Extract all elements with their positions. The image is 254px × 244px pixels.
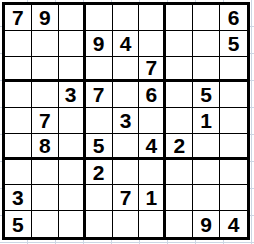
- cell-r9c4[interactable]: [86, 211, 113, 237]
- cell-r4c1[interactable]: [5, 82, 32, 108]
- cell-r4c8: 5: [193, 82, 220, 108]
- cell-r3c4[interactable]: [86, 57, 113, 83]
- cell-r7c6[interactable]: [139, 160, 166, 186]
- cell-r9c6[interactable]: [139, 211, 166, 237]
- cell-r8c1: 3: [5, 185, 32, 211]
- cell-r1c6[interactable]: [139, 5, 166, 31]
- cell-r4c5[interactable]: [113, 82, 140, 108]
- cell-r2c2[interactable]: [32, 31, 59, 57]
- cell-r9c2[interactable]: [32, 211, 59, 237]
- cell-r8c9[interactable]: [220, 185, 247, 211]
- cell-r6c9[interactable]: [220, 134, 247, 160]
- cell-r2c7[interactable]: [166, 31, 193, 57]
- cell-r3c5[interactable]: [113, 57, 140, 83]
- cell-r9c5[interactable]: [113, 211, 140, 237]
- cell-r5c6[interactable]: [139, 108, 166, 134]
- cell-r9c7[interactable]: [166, 211, 193, 237]
- cell-r9c9: 4: [220, 211, 247, 237]
- sudoku-board: 7969457376573185422371594: [2, 2, 250, 240]
- cell-r7c4: 2: [86, 160, 113, 186]
- cell-r7c2[interactable]: [32, 160, 59, 186]
- cell-r7c5[interactable]: [113, 160, 140, 186]
- cell-r1c4[interactable]: [86, 5, 113, 31]
- cell-r6c1[interactable]: [5, 134, 32, 160]
- spreadsheet-background: 7969457376573185422371594: [0, 0, 254, 244]
- cell-r6c5[interactable]: [113, 134, 140, 160]
- cell-r1c2: 9: [32, 5, 59, 31]
- cell-r5c7[interactable]: [166, 108, 193, 134]
- cell-r4c2[interactable]: [32, 82, 59, 108]
- cell-r2c1[interactable]: [5, 31, 32, 57]
- cell-r2c6[interactable]: [139, 31, 166, 57]
- cell-r1c8[interactable]: [193, 5, 220, 31]
- cell-r8c8[interactable]: [193, 185, 220, 211]
- cell-r7c8[interactable]: [193, 160, 220, 186]
- cell-r9c1: 5: [5, 211, 32, 237]
- cell-r7c3[interactable]: [59, 160, 86, 186]
- cell-r2c4: 9: [86, 31, 113, 57]
- cell-r6c2: 8: [32, 134, 59, 160]
- cell-r7c1[interactable]: [5, 160, 32, 186]
- cell-r8c2[interactable]: [32, 185, 59, 211]
- cell-r5c5: 3: [113, 108, 140, 134]
- cell-r5c3[interactable]: [59, 108, 86, 134]
- cell-r3c6: 7: [139, 57, 166, 83]
- cell-r4c4: 7: [86, 82, 113, 108]
- cell-r4c9[interactable]: [220, 82, 247, 108]
- cell-r7c7[interactable]: [166, 160, 193, 186]
- cell-r7c9[interactable]: [220, 160, 247, 186]
- cell-r8c4[interactable]: [86, 185, 113, 211]
- cell-r6c6: 4: [139, 134, 166, 160]
- cell-r9c8: 9: [193, 211, 220, 237]
- cell-r2c3[interactable]: [59, 31, 86, 57]
- cell-r3c1[interactable]: [5, 57, 32, 83]
- cell-r1c1: 7: [5, 5, 32, 31]
- cell-r4c6: 6: [139, 82, 166, 108]
- cell-r8c3[interactable]: [59, 185, 86, 211]
- cell-r6c3[interactable]: [59, 134, 86, 160]
- cell-r3c9[interactable]: [220, 57, 247, 83]
- cell-r3c8[interactable]: [193, 57, 220, 83]
- cell-r4c7[interactable]: [166, 82, 193, 108]
- cell-r8c6: 1: [139, 185, 166, 211]
- cell-r8c7[interactable]: [166, 185, 193, 211]
- cell-r6c4: 5: [86, 134, 113, 160]
- cell-r3c7[interactable]: [166, 57, 193, 83]
- cell-r1c3[interactable]: [59, 5, 86, 31]
- cell-r1c7[interactable]: [166, 5, 193, 31]
- cell-r6c8[interactable]: [193, 134, 220, 160]
- cell-r9c3[interactable]: [59, 211, 86, 237]
- cell-r8c5: 7: [113, 185, 140, 211]
- cell-r6c7: 2: [166, 134, 193, 160]
- cell-r5c2: 7: [32, 108, 59, 134]
- cell-r4c3: 3: [59, 82, 86, 108]
- cell-r2c9: 5: [220, 31, 247, 57]
- cell-r1c5[interactable]: [113, 5, 140, 31]
- cell-r2c5: 4: [113, 31, 140, 57]
- cell-r3c2[interactable]: [32, 57, 59, 83]
- cell-r5c4[interactable]: [86, 108, 113, 134]
- cell-r3c3[interactable]: [59, 57, 86, 83]
- cell-r5c9[interactable]: [220, 108, 247, 134]
- cell-r5c8: 1: [193, 108, 220, 134]
- cell-r5c1[interactable]: [5, 108, 32, 134]
- cell-r1c9: 6: [220, 5, 247, 31]
- cell-r2c8[interactable]: [193, 31, 220, 57]
